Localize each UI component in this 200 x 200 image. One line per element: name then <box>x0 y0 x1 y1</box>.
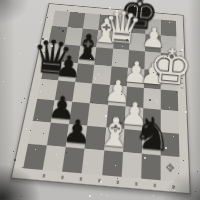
square-d5[interactable] <box>92 65 111 85</box>
square-a1[interactable] <box>23 143 47 169</box>
square-c4[interactable] <box>72 82 92 104</box>
square-h8[interactable] <box>160 20 176 37</box>
square-e8[interactable] <box>114 16 130 33</box>
square-h4[interactable] <box>160 89 178 111</box>
square-g3[interactable] <box>142 108 160 131</box>
square-f6[interactable] <box>127 50 144 69</box>
square-e6[interactable] <box>111 48 129 67</box>
square-f4[interactable] <box>125 86 143 108</box>
square-c7[interactable] <box>80 29 98 47</box>
square-d1[interactable] <box>81 148 103 175</box>
square-g8[interactable] <box>145 18 161 35</box>
square-e3[interactable] <box>105 105 125 128</box>
square-b3[interactable]: ♟ <box>51 101 72 124</box>
square-d2[interactable] <box>84 125 105 150</box>
square-f1[interactable] <box>121 152 141 179</box>
board-border: ♚♝♛♟♝♛♟♟♟♚♟♟♟♟♝♞❖ <box>10 3 191 195</box>
square-d7[interactable]: ♝ <box>96 30 113 48</box>
square-b6[interactable] <box>61 44 80 63</box>
square-b8[interactable] <box>67 12 85 29</box>
square-h2[interactable] <box>160 132 179 157</box>
square-a5[interactable]: ♛ <box>41 60 61 80</box>
border-maker-markings <box>179 49 183 93</box>
square-g4[interactable] <box>143 88 161 110</box>
square-d4[interactable] <box>90 84 109 106</box>
square-d8[interactable] <box>98 14 115 31</box>
square-c8[interactable] <box>83 13 100 30</box>
square-c6[interactable]: ♝ <box>78 45 97 64</box>
board-emblem: ❖ <box>160 155 180 182</box>
square-f5[interactable]: ♟ <box>126 67 144 87</box>
square-d6[interactable] <box>94 47 112 66</box>
square-d3[interactable] <box>87 104 107 127</box>
square-f7[interactable] <box>128 33 145 51</box>
square-e1[interactable] <box>101 150 122 177</box>
square-b4[interactable] <box>54 81 75 103</box>
square-f2[interactable] <box>122 128 142 153</box>
square-a2[interactable] <box>28 120 51 145</box>
square-g6[interactable] <box>144 51 161 70</box>
square-f3[interactable]: ♟ <box>124 107 143 130</box>
square-e2[interactable]: ♝ <box>103 127 123 152</box>
square-c1[interactable] <box>62 147 85 174</box>
board-3d-plane: ♚♝♛♟♝♛♟♟♟♚♟♟♟♟♝♞❖ <box>10 3 191 195</box>
square-e4[interactable]: ♟ <box>107 85 126 107</box>
square-h5[interactable]: ♚ <box>160 70 177 91</box>
square-g2[interactable]: ♞ <box>141 130 160 155</box>
square-f8[interactable]: ♚ <box>129 17 145 34</box>
square-e5[interactable] <box>109 66 127 86</box>
square-b7[interactable] <box>64 27 82 45</box>
square-c2[interactable]: ♟ <box>65 124 87 149</box>
square-e7[interactable]: ♛ <box>112 32 129 50</box>
square-g7[interactable]: ♟ <box>144 34 160 52</box>
square-b5[interactable]: ♟ <box>58 62 78 82</box>
square-h3[interactable] <box>160 110 178 133</box>
chessboard-photo: ♚♝♛♟♝♛♟♟♟♚♟♟♟♟♝♞❖ <box>0 0 200 200</box>
square-c5[interactable] <box>75 63 94 83</box>
square-h6[interactable] <box>160 52 177 71</box>
square-g5[interactable]: ♟ <box>143 69 160 90</box>
square-g1[interactable] <box>140 153 160 180</box>
square-h7[interactable] <box>160 36 176 54</box>
square-h1[interactable]: ❖ <box>160 155 180 182</box>
square-c3[interactable] <box>69 102 90 125</box>
square-a4[interactable] <box>37 79 58 101</box>
board-grid: ♚♝♛♟♝♛♟♟♟♚♟♟♟♟♝♞❖ <box>23 10 180 181</box>
